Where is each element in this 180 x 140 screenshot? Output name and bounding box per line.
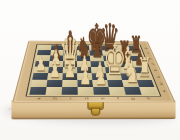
board-grid: ♝♚♛♜♟♞♝♜♟♟♟♞♟♟♛♟♝♟♟♟♚♜♟♟♞ — [29, 45, 157, 95]
square-d1 — [78, 87, 94, 95]
square-b1 — [46, 87, 63, 95]
square-h5: ♟ — [131, 61, 147, 67]
file-label: b — [53, 96, 57, 100]
file-label: f — [116, 96, 119, 100]
square-c5: ♟ — [63, 61, 77, 67]
rank-label: 5 — [151, 63, 155, 66]
chess-board: ♝♚♛♜♟♞♝♜♟♟♟♞♟♟♛♟♝♟♟♟♚♜♟♟♞ abcdefgh 87654… — [12, 41, 175, 103]
product-photo: ♝♚♛♜♟♞♝♜♟♟♟♞♟♟♛♟♝♟♟♟♚♜♟♟♞ abcdefgh 87654… — [0, 0, 180, 140]
rank-label: 6 — [148, 57, 152, 59]
square-h2 — [137, 80, 155, 87]
square-e1 — [93, 87, 110, 95]
file-label: a — [37, 96, 41, 100]
file-label: d — [85, 96, 89, 100]
scene: ♝♚♛♜♟♞♝♜♟♟♟♞♟♟♛♟♝♟♟♟♚♜♟♟♞ abcdefgh 87654… — [0, 0, 180, 140]
square-d2: ♟ — [77, 80, 93, 87]
square-h1 — [139, 87, 157, 95]
rank-label: 7 — [146, 52, 150, 54]
clasp-loop — [91, 108, 100, 116]
file-label: c — [69, 96, 72, 100]
square-d3 — [77, 73, 92, 80]
square-b6: ♟ — [50, 55, 64, 61]
square-b3: ♟ — [47, 73, 62, 80]
rank-label: 8 — [144, 47, 148, 49]
rank-label: 4 — [153, 69, 157, 72]
square-c2 — [62, 80, 78, 87]
file-label: e — [101, 96, 105, 100]
rank-label: 1 — [162, 89, 167, 92]
board-playing-area: ♝♚♛♜♟♞♝♜♟♟♟♞♟♟♛♟♝♟♟♟♚♜♟♟♞ — [25, 44, 161, 96]
square-b2 — [46, 80, 62, 87]
file-label: g — [130, 96, 135, 99]
brass-clasp — [87, 101, 103, 110]
square-c1 — [62, 87, 78, 95]
file-label: h — [146, 96, 151, 99]
square-a5 — [35, 61, 50, 67]
box-front-side — [11, 101, 175, 120]
square-e5 — [90, 61, 105, 67]
square-a2 — [31, 80, 48, 87]
rank-label: 3 — [156, 75, 161, 78]
square-c3: ♟ — [62, 73, 77, 80]
square-e2: ♟ — [92, 80, 108, 87]
rank-label: 2 — [159, 82, 164, 85]
square-a1 — [29, 87, 46, 95]
square-a4: ♟ — [34, 67, 49, 73]
